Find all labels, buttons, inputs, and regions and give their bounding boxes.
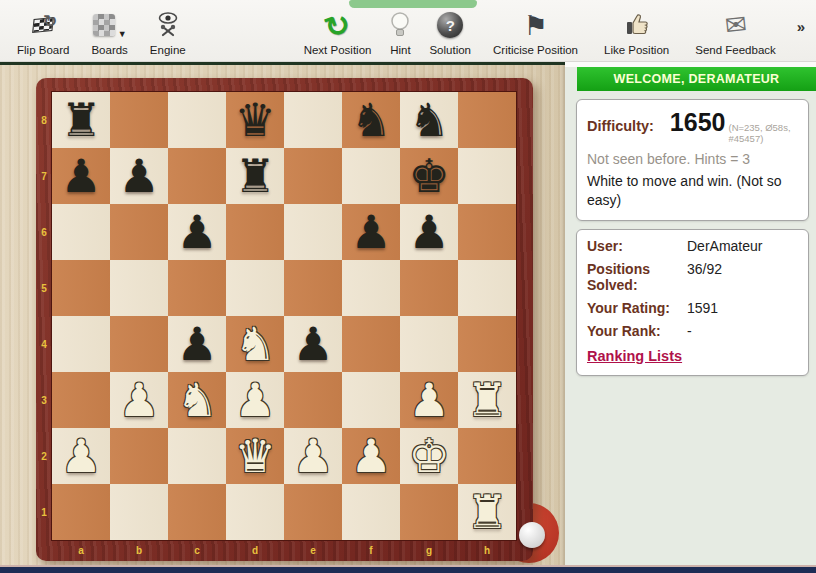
window-bottom-edge bbox=[0, 565, 816, 573]
piece-black-pawn: ♟ bbox=[168, 204, 226, 260]
square-h4[interactable] bbox=[458, 316, 516, 372]
next-position-icon: ↻ bbox=[325, 9, 350, 41]
next-position-label: Next Position bbox=[304, 44, 372, 56]
square-e6[interactable] bbox=[284, 204, 342, 260]
envelope-icon: ✉ bbox=[725, 9, 747, 41]
difficulty-stats: (N=235, Ø58s, #45457) bbox=[728, 122, 798, 144]
your-rating-value: 1591 bbox=[687, 300, 798, 316]
square-e3[interactable] bbox=[284, 372, 342, 428]
boards-button[interactable]: ▼ Boards bbox=[82, 0, 136, 58]
app-window: ↻ Flip Board ▼ Boards Engine bbox=[0, 0, 816, 573]
square-g3[interactable]: ♟ bbox=[400, 372, 458, 428]
square-b4[interactable] bbox=[110, 316, 168, 372]
your-rating-label: Your Rating: bbox=[587, 300, 687, 316]
user-label: User: bbox=[587, 238, 687, 254]
square-b8[interactable] bbox=[110, 92, 168, 148]
piece-black-knight: ♞ bbox=[342, 92, 400, 148]
piece-black-rook: ♜ bbox=[52, 92, 110, 148]
square-a1[interactable] bbox=[52, 484, 110, 540]
positions-solved-value: 36/92 bbox=[687, 261, 798, 293]
square-h2[interactable] bbox=[458, 428, 516, 484]
square-g8[interactable]: ♞ bbox=[400, 92, 458, 148]
square-g4[interactable] bbox=[400, 316, 458, 372]
status-line: Not seen before. Hints = 3 bbox=[587, 151, 798, 167]
square-f1[interactable] bbox=[342, 484, 400, 540]
piece-black-queen: ♛ bbox=[226, 92, 284, 148]
board-grid: ♜♛♞♞♟♟♜♚♟♟♟♟♞♟♟♞♟♟♜♟♛♟♟♚♜ bbox=[51, 91, 517, 541]
difficulty-label: Difficulty: bbox=[587, 118, 654, 134]
board-zone: 87654321 ♜♛♞♞♟♟♜♚♟♟♟♟♞♟♟♞♟♟♜♟♛♟♟♚♜ abcde… bbox=[0, 62, 565, 573]
rank-label-7: 7 bbox=[37, 148, 51, 204]
square-e1[interactable] bbox=[284, 484, 342, 540]
square-a4[interactable] bbox=[52, 316, 110, 372]
square-g2[interactable]: ♚ bbox=[400, 428, 458, 484]
square-e8[interactable] bbox=[284, 92, 342, 148]
solution-label: Solution bbox=[429, 44, 471, 56]
engine-icon bbox=[155, 9, 181, 41]
flag-icon: ⚑ bbox=[523, 9, 547, 41]
rank-label-2: 2 bbox=[37, 428, 51, 484]
piece-black-rook: ♜ bbox=[226, 148, 284, 204]
file-label-g: g bbox=[400, 543, 458, 559]
file-label-c: c bbox=[168, 543, 226, 559]
thumbs-up-icon bbox=[623, 9, 651, 41]
square-e5[interactable] bbox=[284, 260, 342, 316]
piece-white-pawn: ♟ bbox=[284, 428, 342, 484]
square-c1[interactable] bbox=[168, 484, 226, 540]
piece-white-pawn: ♟ bbox=[226, 372, 284, 428]
square-h5[interactable] bbox=[458, 260, 516, 316]
rank-labels: 87654321 bbox=[37, 92, 51, 540]
board-knob-ball bbox=[519, 522, 545, 548]
square-c2[interactable] bbox=[168, 428, 226, 484]
square-c4[interactable]: ♟ bbox=[168, 316, 226, 372]
square-a5[interactable] bbox=[52, 260, 110, 316]
square-c6[interactable]: ♟ bbox=[168, 204, 226, 260]
square-g1[interactable] bbox=[400, 484, 458, 540]
piece-white-king: ♚ bbox=[400, 428, 458, 484]
difficulty-value: 1650 bbox=[670, 108, 726, 137]
square-f2[interactable]: ♟ bbox=[342, 428, 400, 484]
square-d1[interactable] bbox=[226, 484, 284, 540]
like-position-button[interactable]: Like Position bbox=[595, 0, 678, 58]
piece-black-pawn: ♟ bbox=[284, 316, 342, 372]
square-b3[interactable]: ♟ bbox=[110, 372, 168, 428]
top-green-tab bbox=[349, 0, 477, 8]
piece-black-pawn: ♟ bbox=[110, 148, 168, 204]
send-feedback-label: Send Feedback bbox=[695, 44, 776, 56]
toolbar-overflow-chevron[interactable]: » bbox=[797, 18, 805, 35]
boards-icon: ▼ bbox=[93, 9, 127, 41]
square-d2[interactable]: ♛ bbox=[226, 428, 284, 484]
square-d5[interactable] bbox=[226, 260, 284, 316]
solution-button[interactable]: ? Solution bbox=[420, 0, 480, 58]
your-rank-value: - bbox=[687, 323, 798, 339]
piece-white-pawn: ♟ bbox=[400, 372, 458, 428]
rank-label-6: 6 bbox=[37, 204, 51, 260]
square-d7[interactable]: ♜ bbox=[226, 148, 284, 204]
square-b5[interactable] bbox=[110, 260, 168, 316]
your-rank-label: Your Rank: bbox=[587, 323, 687, 339]
piece-white-pawn: ♟ bbox=[110, 372, 168, 428]
flip-board-label: Flip Board bbox=[17, 44, 69, 56]
piece-white-queen: ♛ bbox=[226, 428, 284, 484]
square-h6[interactable] bbox=[458, 204, 516, 260]
user-box: User: DerAmateur Positions Solved: 36/92… bbox=[576, 229, 809, 376]
square-d3[interactable]: ♟ bbox=[226, 372, 284, 428]
square-f8[interactable]: ♞ bbox=[342, 92, 400, 148]
square-b6[interactable] bbox=[110, 204, 168, 260]
difficulty-box: Difficulty: 1650 (N=235, Ø58s, #45457) N… bbox=[576, 99, 809, 221]
rank-label-4: 4 bbox=[37, 316, 51, 372]
chevron-down-icon: ▼ bbox=[118, 29, 127, 41]
square-b2[interactable] bbox=[110, 428, 168, 484]
positions-solved-label: Positions Solved: bbox=[587, 261, 687, 293]
piece-black-pawn: ♟ bbox=[400, 204, 458, 260]
square-h3[interactable]: ♜ bbox=[458, 372, 516, 428]
piece-black-pawn: ♟ bbox=[52, 148, 110, 204]
file-labels: abcdefgh bbox=[52, 543, 516, 559]
square-h1[interactable]: ♜ bbox=[458, 484, 516, 540]
piece-black-king: ♚ bbox=[400, 148, 458, 204]
ranking-lists-link[interactable]: Ranking Lists bbox=[587, 348, 682, 364]
piece-black-knight: ♞ bbox=[400, 92, 458, 148]
square-b7[interactable]: ♟ bbox=[110, 148, 168, 204]
rank-label-3: 3 bbox=[37, 372, 51, 428]
square-g6[interactable]: ♟ bbox=[400, 204, 458, 260]
right-panel: WELCOME, DERAMATEUR Difficulty: 1650 (N=… bbox=[565, 62, 816, 573]
square-f3[interactable] bbox=[342, 372, 400, 428]
square-d8[interactable]: ♛ bbox=[226, 92, 284, 148]
file-label-h: h bbox=[458, 543, 516, 559]
square-f7[interactable] bbox=[342, 148, 400, 204]
square-a2[interactable]: ♟ bbox=[52, 428, 110, 484]
criticise-position-label: Criticise Position bbox=[493, 44, 578, 56]
piece-white-pawn: ♟ bbox=[52, 428, 110, 484]
rank-label-8: 8 bbox=[37, 92, 51, 148]
file-label-d: d bbox=[226, 543, 284, 559]
piece-white-rook: ♜ bbox=[458, 484, 516, 540]
engine-button[interactable]: Engine bbox=[141, 0, 195, 58]
rank-label-1: 1 bbox=[37, 484, 51, 540]
piece-black-pawn: ♟ bbox=[168, 316, 226, 372]
flip-board-button[interactable]: ↻ Flip Board bbox=[8, 0, 78, 58]
square-h7[interactable] bbox=[458, 148, 516, 204]
file-label-f: f bbox=[342, 543, 400, 559]
square-a8[interactable]: ♜ bbox=[52, 92, 110, 148]
welcome-banner: WELCOME, DERAMATEUR bbox=[577, 67, 816, 91]
hint-button[interactable]: Hint bbox=[380, 0, 420, 58]
square-f6[interactable]: ♟ bbox=[342, 204, 400, 260]
task-line: White to move and win. (Not so easy) bbox=[587, 172, 798, 210]
toolbar: ↻ Flip Board ▼ Boards Engine bbox=[0, 0, 816, 62]
square-e2[interactable]: ♟ bbox=[284, 428, 342, 484]
square-a3[interactable] bbox=[52, 372, 110, 428]
square-b1[interactable] bbox=[110, 484, 168, 540]
square-c7[interactable] bbox=[168, 148, 226, 204]
square-e7[interactable] bbox=[284, 148, 342, 204]
square-c5[interactable] bbox=[168, 260, 226, 316]
criticise-position-button[interactable]: ⚑ Criticise Position bbox=[484, 0, 587, 58]
file-label-b: b bbox=[110, 543, 168, 559]
send-feedback-button[interactable]: ✉ Send Feedback bbox=[686, 0, 785, 58]
piece-white-knight: ♞ bbox=[226, 316, 284, 372]
hint-label: Hint bbox=[390, 44, 410, 56]
solution-question-icon: ? bbox=[437, 9, 463, 41]
square-c3[interactable]: ♞ bbox=[168, 372, 226, 428]
square-d6[interactable] bbox=[226, 204, 284, 260]
square-a7[interactable]: ♟ bbox=[52, 148, 110, 204]
flip-board-icon: ↻ bbox=[33, 9, 53, 41]
square-e4[interactable]: ♟ bbox=[284, 316, 342, 372]
piece-white-knight: ♞ bbox=[168, 372, 226, 428]
hint-bulb-icon bbox=[389, 9, 411, 41]
square-c8[interactable] bbox=[168, 92, 226, 148]
engine-label: Engine bbox=[150, 44, 186, 56]
piece-black-pawn: ♟ bbox=[342, 204, 400, 260]
square-g5[interactable] bbox=[400, 260, 458, 316]
square-h8[interactable] bbox=[458, 92, 516, 148]
user-value: DerAmateur bbox=[687, 238, 798, 254]
square-f5[interactable] bbox=[342, 260, 400, 316]
piece-white-pawn: ♟ bbox=[342, 428, 400, 484]
boards-label: Boards bbox=[91, 44, 127, 56]
rank-label-5: 5 bbox=[37, 260, 51, 316]
file-label-a: a bbox=[52, 543, 110, 559]
next-position-button[interactable]: ↻ Next Position bbox=[295, 0, 381, 58]
file-label-e: e bbox=[284, 543, 342, 559]
square-f4[interactable] bbox=[342, 316, 400, 372]
square-g7[interactable]: ♚ bbox=[400, 148, 458, 204]
chess-board: 87654321 ♜♛♞♞♟♟♜♚♟♟♟♟♞♟♟♞♟♟♜♟♛♟♟♚♜ abcde… bbox=[36, 78, 533, 561]
piece-white-rook: ♜ bbox=[458, 372, 516, 428]
square-a6[interactable] bbox=[52, 204, 110, 260]
like-position-label: Like Position bbox=[604, 44, 669, 56]
square-d4[interactable]: ♞ bbox=[226, 316, 284, 372]
